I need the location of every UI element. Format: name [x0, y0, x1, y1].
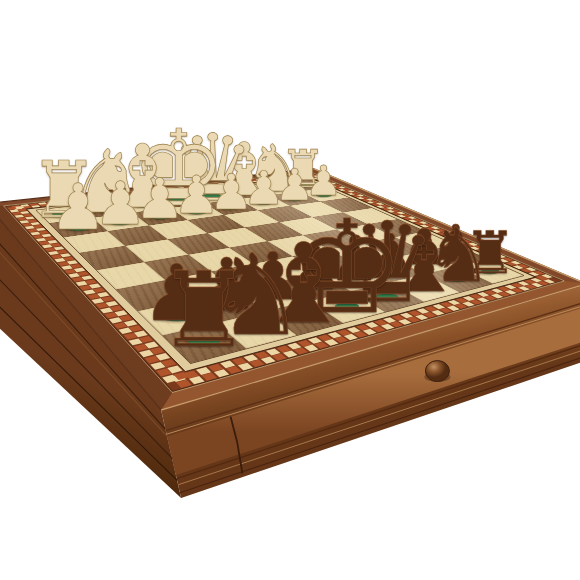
drawer-knob — [425, 361, 449, 382]
chess-set-photo: ♜♞♝♟♛♟♚♟♝♟♞♟♜♟♟♟♟♟♟♜♟♞♟♝♟♛♟♚♟♝♞♜ — [0, 0, 580, 580]
